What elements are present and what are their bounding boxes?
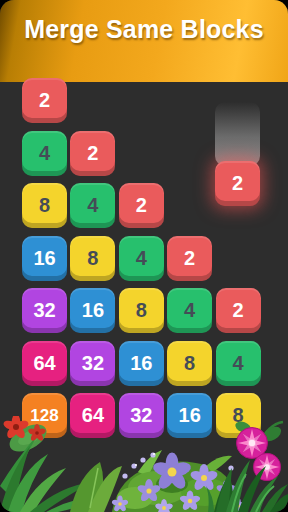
column-drop-zone[interactable]: [70, 78, 115, 123]
block-8[interactable]: 8: [119, 288, 164, 333]
column-drop-zone[interactable]: [119, 78, 164, 123]
block-4[interactable]: 4: [167, 288, 212, 333]
column-drop-zone[interactable]: [167, 78, 212, 123]
phone-frame: Merge Same Blocks 2 24284216842321684264…: [0, 0, 288, 512]
block-8[interactable]: 8: [167, 341, 212, 386]
block-16[interactable]: 16: [119, 341, 164, 386]
block-8[interactable]: 8: [22, 183, 67, 228]
page-title: Merge Same Blocks: [0, 15, 288, 44]
column-drop-zone[interactable]: [119, 131, 164, 176]
block-8[interactable]: 8: [70, 236, 115, 281]
column-drop-zone[interactable]: [167, 183, 212, 228]
block-64[interactable]: 64: [22, 341, 67, 386]
block-4[interactable]: 4: [22, 131, 67, 176]
block-16[interactable]: 16: [70, 288, 115, 333]
block-2[interactable]: 2: [216, 288, 261, 333]
block-2[interactable]: 2: [167, 236, 212, 281]
block-4[interactable]: 4: [119, 236, 164, 281]
flower-bed: [0, 416, 288, 512]
block-32[interactable]: 32: [70, 341, 115, 386]
block-2[interactable]: 2: [70, 131, 115, 176]
column-drop-zone[interactable]: [167, 131, 212, 176]
block-2[interactable]: 2: [119, 183, 164, 228]
board-grid[interactable]: 242842168423216842643216841286432168: [22, 78, 261, 438]
column-drop-zone[interactable]: [216, 183, 261, 228]
block-4[interactable]: 4: [216, 341, 261, 386]
block-2[interactable]: 2: [22, 78, 67, 123]
block-16[interactable]: 16: [22, 236, 67, 281]
block-32[interactable]: 32: [22, 288, 67, 333]
column-drop-zone[interactable]: [216, 131, 261, 176]
block-4[interactable]: 4: [70, 183, 115, 228]
header-banner: Merge Same Blocks: [0, 0, 288, 82]
column-drop-zone[interactable]: [216, 236, 261, 281]
column-drop-zone[interactable]: [216, 78, 261, 123]
